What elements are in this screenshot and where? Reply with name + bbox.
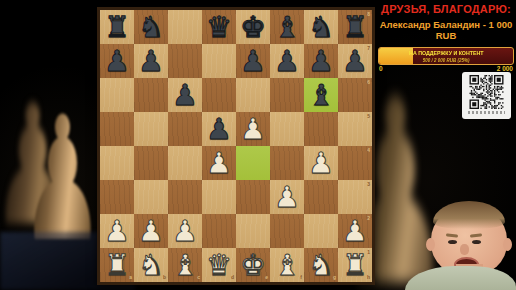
square-d7[interactable]: [202, 44, 236, 78]
square-a2[interactable]: ♟: [100, 214, 134, 248]
black-rook-h8: ♜: [342, 10, 368, 44]
rank-label: 6: [367, 80, 370, 85]
square-b5[interactable]: [134, 112, 168, 146]
square-c4[interactable]: [168, 146, 202, 180]
stream-frame: ♟ ♟ ♟ ♜♞♛♚♝♞♜8♟♟♟♟♟♟7♟♝6♟♟5♟♟4♟3♟♟♟♟2♜a♞…: [0, 0, 516, 290]
square-f2[interactable]: [270, 214, 304, 248]
square-d1[interactable]: ♛d: [202, 248, 236, 282]
progress-value: 500 / 2 000 RUB (25%): [423, 57, 470, 62]
square-h3[interactable]: 3: [338, 180, 372, 214]
black-pawn-f7: ♟: [274, 44, 300, 78]
white-pawn-g4: ♟: [308, 146, 334, 180]
square-e7[interactable]: ♟: [236, 44, 270, 78]
white-pawn-f3: ♟: [274, 180, 300, 214]
streamer-ear: [503, 238, 512, 251]
square-d6[interactable]: [202, 78, 236, 112]
square-e5[interactable]: ♟: [236, 112, 270, 146]
square-d2[interactable]: [202, 214, 236, 248]
square-f4[interactable]: [270, 146, 304, 180]
square-d4[interactable]: ♟: [202, 146, 236, 180]
white-rook-a1: ♜: [104, 248, 130, 282]
square-d8[interactable]: ♛: [202, 10, 236, 44]
square-f8[interactable]: ♝: [270, 10, 304, 44]
square-c3[interactable]: [168, 180, 202, 214]
square-e8[interactable]: ♚: [236, 10, 270, 44]
rank-label: 7: [367, 46, 370, 51]
square-c2[interactable]: ♟: [168, 214, 202, 248]
white-pawn-a2: ♟: [104, 214, 130, 248]
square-h5[interactable]: 5: [338, 112, 372, 146]
square-h6[interactable]: 6: [338, 78, 372, 112]
donation-progress-bar: НА ПОДДЕРЖКУ И КОНТЕНТ 500 / 2 000 RUB (…: [378, 47, 514, 65]
rank-label: 5: [367, 114, 370, 119]
white-rook-h1: ♜: [342, 248, 368, 282]
square-a3[interactable]: [100, 180, 134, 214]
square-a4[interactable]: [100, 146, 134, 180]
file-label: h: [367, 275, 370, 280]
square-b2[interactable]: ♟: [134, 214, 168, 248]
white-bishop-f1: ♝: [274, 248, 300, 282]
square-h4[interactable]: 4: [338, 146, 372, 180]
streamer-eye: [448, 240, 457, 244]
square-c1[interactable]: ♝c: [168, 248, 202, 282]
black-pawn-h7: ♟: [342, 44, 368, 78]
donor-text: Александр Баландин - 1 000 RUB: [378, 19, 514, 41]
square-b7[interactable]: ♟: [134, 44, 168, 78]
file-label: g: [333, 275, 336, 280]
black-pawn-c6: ♟: [172, 78, 198, 112]
file-label: b: [163, 275, 166, 280]
black-king-e8: ♚: [240, 10, 266, 44]
square-c6[interactable]: ♟: [168, 78, 202, 112]
square-e2[interactable]: [236, 214, 270, 248]
progress-text: НА ПОДДЕРЖКУ И КОНТЕНТ 500 / 2 000 RUB (…: [379, 48, 513, 64]
streamer-ear: [426, 238, 435, 251]
square-g6[interactable]: ♝: [304, 78, 338, 112]
black-rook-a8: ♜: [104, 10, 130, 44]
rank-label: 2: [367, 216, 370, 221]
white-king-e1: ♚: [240, 248, 266, 282]
white-queen-d1: ♛: [206, 248, 232, 282]
square-b1[interactable]: ♞b: [134, 248, 168, 282]
square-h8[interactable]: ♜8: [338, 10, 372, 44]
black-pawn-b7: ♟: [138, 44, 164, 78]
file-label: d: [231, 275, 234, 280]
white-pawn-d4: ♟: [206, 146, 232, 180]
qr-code: [462, 72, 511, 119]
square-g3[interactable]: [304, 180, 338, 214]
square-d5[interactable]: ♟: [202, 112, 236, 146]
square-c5[interactable]: [168, 112, 202, 146]
streamer-hair: [433, 201, 505, 229]
progress-max-label: 2 000: [497, 65, 513, 72]
rank-label: 1: [367, 250, 370, 255]
square-a6[interactable]: [100, 78, 134, 112]
square-b8[interactable]: ♞: [134, 10, 168, 44]
square-f1[interactable]: ♝f: [270, 248, 304, 282]
qr-pattern: [465, 75, 508, 109]
square-h1[interactable]: ♜1h: [338, 248, 372, 282]
chess-board: ♜♞♛♚♝♞♜8♟♟♟♟♟♟7♟♝6♟♟5♟♟4♟3♟♟♟♟2♜a♞b♝c♛d♚…: [100, 10, 372, 282]
square-d3[interactable]: [202, 180, 236, 214]
square-e1[interactable]: ♚e: [236, 248, 270, 282]
square-b6[interactable]: [134, 78, 168, 112]
white-knight-g1: ♞: [308, 248, 334, 282]
file-label: e: [265, 275, 268, 280]
square-g8[interactable]: ♞: [304, 10, 338, 44]
rank-label: 3: [367, 182, 370, 187]
white-pawn-h2: ♟: [342, 214, 368, 248]
file-label: a: [129, 275, 132, 280]
square-b3[interactable]: [134, 180, 168, 214]
white-bishop-c1: ♝: [172, 248, 198, 282]
square-g1[interactable]: ♞g: [304, 248, 338, 282]
black-pawn-e7: ♟: [240, 44, 266, 78]
white-pawn-e5: ♟: [240, 112, 266, 146]
white-knight-b1: ♞: [138, 248, 164, 282]
file-label: f: [300, 275, 302, 280]
square-h7[interactable]: ♟7: [338, 44, 372, 78]
streamer-shirt: [405, 266, 516, 290]
rank-label: 8: [367, 12, 370, 17]
black-bishop-f8: ♝: [274, 10, 300, 44]
progress-label: НА ПОДДЕРЖКУ И КОНТЕНТ: [409, 50, 483, 56]
square-g5[interactable]: [304, 112, 338, 146]
black-pawn-g7: ♟: [308, 44, 334, 78]
square-f6[interactable]: [270, 78, 304, 112]
square-e6[interactable]: [236, 78, 270, 112]
black-knight-g8: ♞: [308, 10, 334, 44]
white-pawn-c2: ♟: [172, 214, 198, 248]
donation-title: ДРУЗЬЯ, БЛАГОДАРЮ:: [376, 3, 516, 15]
white-pawn-b2: ♟: [138, 214, 164, 248]
square-g4[interactable]: ♟: [304, 146, 338, 180]
black-bishop-g6: ♝: [308, 78, 334, 112]
square-f3[interactable]: ♟: [270, 180, 304, 214]
square-a5[interactable]: [100, 112, 134, 146]
square-b4[interactable]: [134, 146, 168, 180]
streamer-eye: [472, 240, 481, 244]
square-g2[interactable]: [304, 214, 338, 248]
webcam-streamer: [405, 200, 516, 290]
background-pawn-photo-blurred: ♟: [0, 84, 73, 249]
black-pawn-a7: ♟: [104, 44, 130, 78]
square-f7[interactable]: ♟: [270, 44, 304, 78]
square-a8[interactable]: ♜: [100, 10, 134, 44]
black-pawn-d5: ♟: [206, 112, 232, 146]
square-h2[interactable]: ♟2: [338, 214, 372, 248]
board-frame: ♜♞♛♚♝♞♜8♟♟♟♟♟♟7♟♝6♟♟5♟♟4♟3♟♟♟♟2♜a♞b♝c♛d♚…: [97, 7, 375, 285]
black-knight-b8: ♞: [138, 10, 164, 44]
square-e3[interactable]: [236, 180, 270, 214]
square-f5[interactable]: [270, 112, 304, 146]
progress-min-label: 0: [379, 65, 383, 72]
square-e4[interactable]: [236, 146, 270, 180]
square-c8[interactable]: [168, 10, 202, 44]
qr-caption: [468, 111, 505, 114]
streamer-nose: [460, 244, 469, 255]
square-g7[interactable]: ♟: [304, 44, 338, 78]
square-a1[interactable]: ♜a: [100, 248, 134, 282]
square-a7[interactable]: ♟: [100, 44, 134, 78]
file-label: c: [197, 275, 200, 280]
rank-label: 4: [367, 148, 370, 153]
square-c7[interactable]: [168, 44, 202, 78]
black-queen-d8: ♛: [206, 10, 232, 44]
